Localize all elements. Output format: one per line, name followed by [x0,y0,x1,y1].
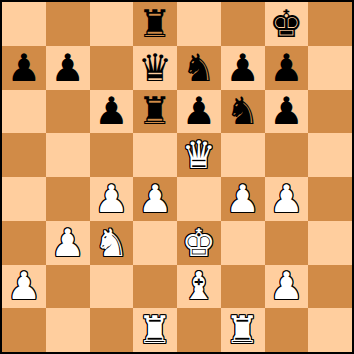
square-f8[interactable] [221,2,265,46]
square-f3[interactable] [221,221,265,265]
square-b7[interactable]: ♟ [46,46,90,90]
black-rook[interactable]: ♜ [138,92,172,130]
board-border: ♜♚♟♟♛♞♟♟♟♜♟♞♟♛♟♟♟♟♟♞♚♟♝♟♜♜ [0,0,354,354]
square-b3[interactable]: ♟ [46,221,90,265]
square-d8[interactable]: ♜ [133,2,177,46]
white-pawn[interactable]: ♟ [94,180,128,218]
square-g5[interactable] [265,133,309,177]
square-g8[interactable]: ♚ [265,2,309,46]
square-b8[interactable] [46,2,90,46]
square-c3[interactable]: ♞ [90,221,134,265]
square-a6[interactable] [2,90,46,134]
square-h4[interactable] [308,177,352,221]
square-d1[interactable]: ♜ [133,308,177,352]
white-pawn[interactable]: ♟ [138,180,172,218]
square-b2[interactable] [46,265,90,309]
square-b1[interactable] [46,308,90,352]
black-pawn[interactable]: ♟ [226,49,260,87]
square-d6[interactable]: ♜ [133,90,177,134]
square-g1[interactable] [265,308,309,352]
white-pawn[interactable]: ♟ [51,224,85,262]
square-f6[interactable]: ♞ [221,90,265,134]
black-pawn[interactable]: ♟ [269,49,303,87]
square-e4[interactable] [177,177,221,221]
white-rook[interactable]: ♜ [226,311,260,349]
square-c6[interactable]: ♟ [90,90,134,134]
white-knight[interactable]: ♞ [94,224,128,262]
square-d5[interactable] [133,133,177,177]
black-pawn[interactable]: ♟ [94,92,128,130]
square-c7[interactable] [90,46,134,90]
square-b6[interactable] [46,90,90,134]
square-a7[interactable]: ♟ [2,46,46,90]
white-pawn[interactable]: ♟ [269,267,303,305]
square-f4[interactable]: ♟ [221,177,265,221]
white-queen[interactable]: ♛ [182,136,216,174]
square-e8[interactable] [177,2,221,46]
square-a4[interactable] [2,177,46,221]
square-a2[interactable]: ♟ [2,265,46,309]
white-pawn[interactable]: ♟ [226,180,260,218]
square-e1[interactable] [177,308,221,352]
black-knight[interactable]: ♞ [226,92,260,130]
square-a3[interactable] [2,221,46,265]
square-e3[interactable]: ♚ [177,221,221,265]
black-knight[interactable]: ♞ [182,49,216,87]
white-king[interactable]: ♚ [182,224,216,262]
square-d7[interactable]: ♛ [133,46,177,90]
square-f2[interactable] [221,265,265,309]
square-e6[interactable]: ♟ [177,90,221,134]
square-h8[interactable] [308,2,352,46]
black-pawn[interactable]: ♟ [7,49,41,87]
square-f5[interactable] [221,133,265,177]
black-rook[interactable]: ♜ [138,5,172,43]
square-c8[interactable] [90,2,134,46]
white-pawn[interactable]: ♟ [269,180,303,218]
square-b4[interactable] [46,177,90,221]
square-g2[interactable]: ♟ [265,265,309,309]
square-h5[interactable] [308,133,352,177]
black-king[interactable]: ♚ [269,5,303,43]
white-bishop[interactable]: ♝ [182,267,216,305]
square-e2[interactable]: ♝ [177,265,221,309]
white-rook[interactable]: ♜ [138,311,172,349]
square-g7[interactable]: ♟ [265,46,309,90]
square-e5[interactable]: ♛ [177,133,221,177]
square-h7[interactable] [308,46,352,90]
square-e7[interactable]: ♞ [177,46,221,90]
black-queen[interactable]: ♛ [138,49,172,87]
square-c1[interactable] [90,308,134,352]
square-h3[interactable] [308,221,352,265]
square-f1[interactable]: ♜ [221,308,265,352]
square-h1[interactable] [308,308,352,352]
square-a5[interactable] [2,133,46,177]
square-c5[interactable] [90,133,134,177]
square-g3[interactable] [265,221,309,265]
black-pawn[interactable]: ♟ [182,92,216,130]
square-c2[interactable] [90,265,134,309]
square-h2[interactable] [308,265,352,309]
square-g6[interactable]: ♟ [265,90,309,134]
white-pawn[interactable]: ♟ [7,267,41,305]
square-h6[interactable] [308,90,352,134]
black-pawn[interactable]: ♟ [269,92,303,130]
square-d3[interactable] [133,221,177,265]
square-d4[interactable]: ♟ [133,177,177,221]
square-d2[interactable] [133,265,177,309]
chess-board: ♜♚♟♟♛♞♟♟♟♜♟♞♟♛♟♟♟♟♟♞♚♟♝♟♜♜ [2,2,352,352]
square-a1[interactable] [2,308,46,352]
square-c4[interactable]: ♟ [90,177,134,221]
square-f7[interactable]: ♟ [221,46,265,90]
square-b5[interactable] [46,133,90,177]
black-pawn[interactable]: ♟ [51,49,85,87]
square-a8[interactable] [2,2,46,46]
square-g4[interactable]: ♟ [265,177,309,221]
